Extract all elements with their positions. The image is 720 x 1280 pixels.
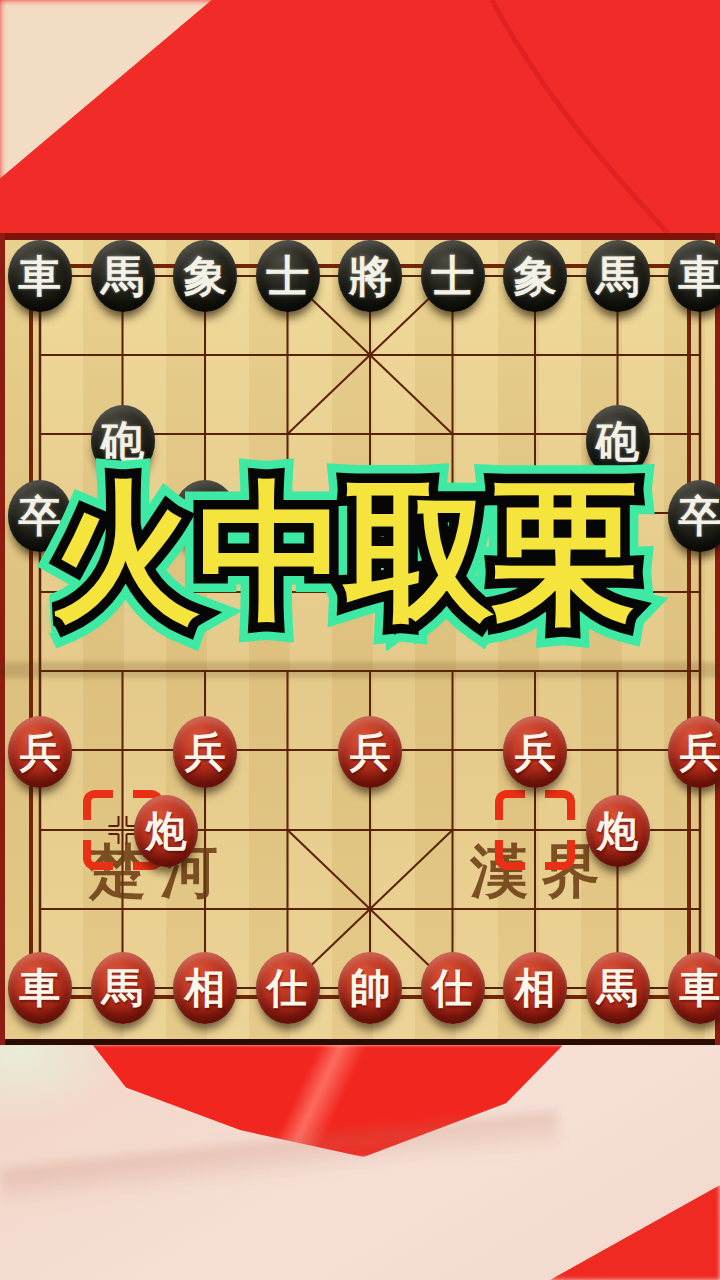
video-frame[interactable]: 楚河 漢界 車馬象士將士象馬車砲砲卒卒卒卒卒兵兵兵兵兵炮炮車馬相仕帥仕相馬車 火…	[0, 0, 720, 1280]
pieces-layer: 車馬象士將士象馬車砲砲卒卒卒卒卒兵兵兵兵兵炮炮車馬相仕帥仕相馬車	[0, 0, 720, 1280]
piece-glyph: 車	[680, 968, 720, 1009]
piece-glyph: 象	[514, 255, 557, 298]
piece-black-象-2[interactable]: 象	[173, 240, 237, 312]
piece-glyph: 車	[20, 968, 61, 1009]
piece-red-馬-30[interactable]: 馬	[586, 952, 650, 1024]
piece-glyph: 兵	[350, 732, 391, 773]
piece-black-士-3[interactable]: 士	[256, 240, 320, 312]
piece-black-將-4[interactable]: 將	[338, 240, 402, 312]
piece-red-相-25[interactable]: 相	[173, 952, 237, 1024]
piece-glyph: 將	[349, 255, 392, 298]
piece-red-仕-26[interactable]: 仕	[256, 952, 320, 1024]
piece-glyph: 砲	[101, 420, 144, 463]
piece-black-車-8[interactable]: 車	[668, 240, 720, 312]
piece-red-兵-18[interactable]: 兵	[338, 716, 402, 788]
piece-black-馬-7[interactable]: 馬	[586, 240, 650, 312]
piece-red-車-31[interactable]: 車	[668, 952, 720, 1024]
piece-red-車-23[interactable]: 車	[8, 952, 72, 1024]
piece-glyph: 兵	[185, 732, 226, 773]
piece-glyph: 馬	[596, 255, 639, 298]
piece-glyph: 砲	[596, 420, 639, 463]
piece-glyph: 馬	[102, 968, 143, 1009]
piece-glyph: 相	[515, 968, 556, 1009]
piece-glyph: 兵	[515, 732, 556, 773]
piece-red-帥-27[interactable]: 帥	[338, 952, 402, 1024]
piece-black-車-0[interactable]: 車	[8, 240, 72, 312]
piece-glyph: 炮	[597, 811, 638, 852]
piece-glyph: 車	[19, 255, 62, 298]
piece-glyph: 車	[679, 255, 720, 298]
piece-black-士-5[interactable]: 士	[421, 240, 485, 312]
piece-red-相-29[interactable]: 相	[503, 952, 567, 1024]
piece-red-兵-20[interactable]: 兵	[668, 716, 720, 788]
piece-glyph: 仕	[432, 968, 473, 1009]
piece-red-炮-21[interactable]: 炮	[134, 795, 198, 867]
piece-glyph: 士	[431, 255, 474, 298]
piece-glyph: 馬	[101, 255, 144, 298]
piece-glyph: 馬	[597, 968, 638, 1009]
piece-red-馬-24[interactable]: 馬	[91, 952, 155, 1024]
piece-red-兵-16[interactable]: 兵	[8, 716, 72, 788]
piece-glyph: 相	[185, 968, 226, 1009]
piece-black-馬-1[interactable]: 馬	[91, 240, 155, 312]
piece-glyph: 炮	[146, 811, 187, 852]
caption-text: 火中取栗	[50, 465, 638, 639]
piece-red-兵-17[interactable]: 兵	[173, 716, 237, 788]
piece-red-炮-22[interactable]: 炮	[586, 795, 650, 867]
piece-red-兵-19[interactable]: 兵	[503, 716, 567, 788]
piece-red-仕-28[interactable]: 仕	[421, 952, 485, 1024]
piece-black-象-6[interactable]: 象	[503, 240, 567, 312]
piece-glyph: 兵	[20, 732, 61, 773]
piece-glyph: 仕	[267, 968, 308, 1009]
piece-glyph: 象	[184, 255, 227, 298]
caption-overlay: 火中取栗 火中取栗 火中取栗	[0, 466, 720, 639]
piece-glyph: 兵	[680, 732, 720, 773]
piece-glyph: 帥	[350, 968, 391, 1009]
piece-glyph: 士	[266, 255, 309, 298]
